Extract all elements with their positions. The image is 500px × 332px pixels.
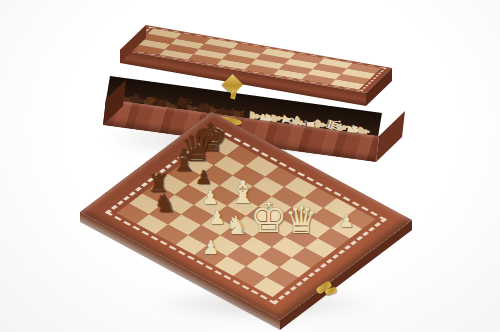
light-pawn-h7[interactable]: ♟ — [339, 213, 354, 230]
light-king-f4[interactable]: ♚ — [250, 197, 288, 239]
light-pawn-d3[interactable]: ♟ — [208, 208, 225, 227]
light-pawn-c4[interactable]: ♟ — [202, 188, 219, 207]
dark-bishop-a5[interactable]: ♝ — [170, 145, 198, 176]
chess-set-product-photo: ♟♝♟♞♜♟♛♟♞♝♟♜♟♞♟♝♟♜♟♛♟♞♟ ♚♛♝♟♜♞♝♛♚♟♟♞♟♟ — [0, 0, 500, 332]
dark-knight-b2[interactable]: ♞ — [154, 191, 176, 216]
dark-pawn-b5[interactable]: ♟ — [195, 168, 212, 187]
light-pawn-e1[interactable]: ♟ — [202, 238, 219, 257]
light-queen-g5[interactable]: ♛ — [285, 202, 318, 239]
light-knight-e3[interactable]: ♞ — [225, 213, 247, 238]
